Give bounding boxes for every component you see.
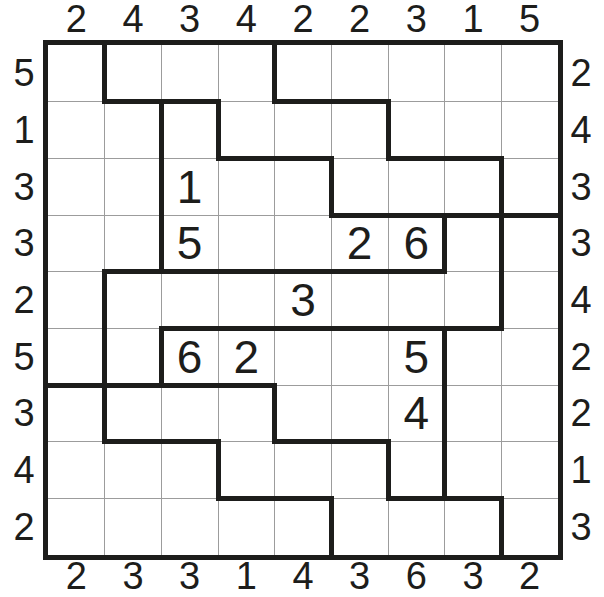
cell-r3c7[interactable] bbox=[388, 158, 445, 215]
given-digit: 3 bbox=[290, 277, 316, 323]
clue-left-1: 5 bbox=[3, 52, 45, 94]
cell-r1c8[interactable] bbox=[445, 45, 502, 102]
cell-r5c8[interactable] bbox=[445, 272, 502, 329]
region-wall-h-r5c5 bbox=[272, 326, 334, 331]
region-wall-v-r8c6 bbox=[386, 439, 391, 501]
clue-bottom-8: 3 bbox=[452, 555, 494, 597]
clue-left-3: 3 bbox=[3, 166, 45, 208]
cell-r2c6[interactable] bbox=[331, 102, 388, 159]
cell-r3c3[interactable]: 1 bbox=[161, 158, 218, 215]
region-wall-h-r2c8 bbox=[442, 156, 504, 161]
clue-right-9: 3 bbox=[560, 506, 602, 548]
cell-r7c4[interactable] bbox=[218, 385, 275, 442]
cell-r8c2[interactable] bbox=[105, 442, 162, 499]
cell-r1c3[interactable] bbox=[161, 45, 218, 102]
cell-r5c3[interactable] bbox=[161, 272, 218, 329]
cell-r7c1[interactable] bbox=[48, 385, 105, 442]
given-digit: 2 bbox=[234, 334, 260, 380]
clue-bottom-1: 2 bbox=[55, 555, 97, 597]
puzzle-board: 152636254 bbox=[43, 40, 563, 560]
cell-r8c4[interactable] bbox=[218, 442, 275, 499]
cell-r9c2[interactable] bbox=[105, 498, 162, 555]
region-wall-h-r5c7 bbox=[386, 326, 448, 331]
cell-r8c5[interactable] bbox=[275, 442, 332, 499]
cell-r3c5[interactable] bbox=[275, 158, 332, 215]
region-wall-h-r8c5 bbox=[272, 496, 334, 501]
region-wall-h-r5c4 bbox=[216, 326, 278, 331]
region-wall-h-r8c4 bbox=[216, 496, 278, 501]
clue-top-8: 1 bbox=[452, 0, 494, 40]
given-digit: 1 bbox=[177, 164, 203, 210]
region-wall-h-r6c1 bbox=[46, 383, 108, 388]
cell-r3c2[interactable] bbox=[105, 158, 162, 215]
cell-r8c3[interactable] bbox=[161, 442, 218, 499]
cell-r2c5[interactable] bbox=[275, 102, 332, 159]
cell-r3c4[interactable] bbox=[218, 158, 275, 215]
cell-r7c6[interactable] bbox=[331, 385, 388, 442]
region-wall-v-r7c7 bbox=[442, 383, 447, 445]
region-wall-v-r5c8 bbox=[499, 269, 504, 331]
given-digit: 6 bbox=[404, 220, 430, 266]
cell-r1c9[interactable] bbox=[501, 45, 558, 102]
cell-r7c2[interactable] bbox=[105, 385, 162, 442]
region-wall-h-r2c5 bbox=[272, 156, 334, 161]
region-wall-v-r9c5 bbox=[329, 496, 334, 558]
clue-left-4: 3 bbox=[3, 222, 45, 264]
cell-r8c9[interactable] bbox=[501, 442, 558, 499]
region-wall-h-r3c8 bbox=[442, 213, 504, 218]
cell-r6c8[interactable] bbox=[445, 328, 502, 385]
cell-r6c9[interactable] bbox=[501, 328, 558, 385]
cell-r1c2[interactable] bbox=[105, 45, 162, 102]
region-wall-v-r2c3 bbox=[216, 99, 221, 161]
cell-r2c8[interactable] bbox=[445, 102, 502, 159]
region-wall-h-r7c5 bbox=[272, 439, 334, 444]
region-wall-h-r2c4 bbox=[216, 156, 278, 161]
region-wall-h-r1c2 bbox=[102, 99, 164, 104]
region-wall-v-r5c1 bbox=[102, 269, 107, 331]
cell-r9c6[interactable] bbox=[331, 498, 388, 555]
cell-r4c5[interactable] bbox=[275, 215, 332, 272]
clue-bottom-3: 3 bbox=[169, 555, 211, 597]
cell-r6c3[interactable]: 6 bbox=[161, 328, 218, 385]
cell-r5c6[interactable] bbox=[331, 272, 388, 329]
cell-r4c2[interactable] bbox=[105, 215, 162, 272]
given-digit: 5 bbox=[177, 220, 203, 266]
given-digit: 5 bbox=[404, 334, 430, 380]
cell-r6c1[interactable] bbox=[48, 328, 105, 385]
cell-r4c3[interactable]: 5 bbox=[161, 215, 218, 272]
clue-top-6: 2 bbox=[339, 0, 381, 40]
cell-r5c7[interactable] bbox=[388, 272, 445, 329]
region-wall-h-r2c7 bbox=[386, 156, 448, 161]
cell-r7c5[interactable] bbox=[275, 385, 332, 442]
region-wall-h-r4c7 bbox=[386, 269, 448, 274]
cell-r4c4[interactable] bbox=[218, 215, 275, 272]
cell-r1c4[interactable] bbox=[218, 45, 275, 102]
cell-r4c7[interactable]: 6 bbox=[388, 215, 445, 272]
clue-right-1: 2 bbox=[560, 52, 602, 94]
region-wall-h-r5c8 bbox=[442, 326, 504, 331]
clue-top-4: 4 bbox=[225, 0, 267, 40]
region-wall-h-r3c7 bbox=[386, 213, 448, 218]
region-wall-v-r6c7 bbox=[442, 326, 447, 388]
cell-r9c5[interactable] bbox=[275, 498, 332, 555]
region-wall-h-r6c3 bbox=[159, 383, 221, 388]
region-wall-v-r1c4 bbox=[272, 43, 277, 105]
region-wall-h-r5c3 bbox=[159, 326, 221, 331]
cell-r9c7[interactable] bbox=[388, 498, 445, 555]
cell-r5c9[interactable] bbox=[501, 272, 558, 329]
clue-left-2: 1 bbox=[3, 109, 45, 151]
region-wall-h-r4c6 bbox=[329, 269, 391, 274]
region-wall-v-r7c1 bbox=[102, 383, 107, 445]
cell-r8c7[interactable] bbox=[388, 442, 445, 499]
cell-r9c1[interactable] bbox=[48, 498, 105, 555]
cell-r7c3[interactable] bbox=[161, 385, 218, 442]
given-digit: 2 bbox=[347, 220, 373, 266]
cell-r2c9[interactable] bbox=[501, 102, 558, 159]
cell-r3c6[interactable] bbox=[331, 158, 388, 215]
cell-r2c1[interactable] bbox=[48, 102, 105, 159]
region-wall-v-r4c8 bbox=[499, 213, 504, 275]
cell-r5c2[interactable] bbox=[105, 272, 162, 329]
region-wall-h-r8c8 bbox=[442, 496, 504, 501]
cell-r3c1[interactable] bbox=[48, 158, 105, 215]
cell-r4c8[interactable] bbox=[445, 215, 502, 272]
clue-bottom-5: 4 bbox=[282, 555, 324, 597]
region-wall-v-r8c7 bbox=[442, 439, 447, 501]
clue-bottom-9: 2 bbox=[509, 555, 551, 597]
cell-r2c3[interactable] bbox=[161, 102, 218, 159]
clue-right-7: 2 bbox=[560, 392, 602, 434]
region-wall-h-r4c3 bbox=[159, 269, 221, 274]
region-wall-h-r6c4 bbox=[216, 383, 278, 388]
cell-r9c3[interactable] bbox=[161, 498, 218, 555]
region-wall-h-r8c7 bbox=[386, 496, 448, 501]
cell-r4c6[interactable]: 2 bbox=[331, 215, 388, 272]
region-wall-v-r3c2 bbox=[159, 156, 164, 218]
clue-right-5: 4 bbox=[560, 279, 602, 321]
cell-r2c7[interactable] bbox=[388, 102, 445, 159]
cell-r3c9[interactable] bbox=[501, 158, 558, 215]
region-wall-h-r4c5 bbox=[272, 269, 334, 274]
clue-bottom-2: 3 bbox=[112, 555, 154, 597]
region-wall-h-r3c6 bbox=[329, 213, 391, 218]
region-wall-v-r2c2 bbox=[159, 99, 164, 161]
region-wall-h-r7c3 bbox=[159, 439, 221, 444]
clue-left-5: 2 bbox=[3, 279, 45, 321]
region-wall-h-r1c3 bbox=[159, 99, 221, 104]
cell-r6c6[interactable] bbox=[331, 328, 388, 385]
region-wall-v-r8c3 bbox=[216, 439, 221, 501]
region-wall-h-r1c6 bbox=[329, 99, 391, 104]
cell-r2c2[interactable] bbox=[105, 102, 162, 159]
clue-top-5: 2 bbox=[282, 0, 324, 40]
cell-r9c8[interactable] bbox=[445, 498, 502, 555]
region-wall-h-r7c6 bbox=[329, 439, 391, 444]
cell-r7c8[interactable] bbox=[445, 385, 502, 442]
cell-r1c5[interactable] bbox=[275, 45, 332, 102]
clue-top-7: 3 bbox=[395, 0, 437, 40]
clue-top-9: 5 bbox=[509, 0, 551, 40]
region-wall-v-r7c4 bbox=[272, 383, 277, 445]
region-wall-v-r9c8 bbox=[499, 496, 504, 558]
cell-r9c9[interactable] bbox=[501, 498, 558, 555]
cell-r1c6[interactable] bbox=[331, 45, 388, 102]
region-wall-v-r6c1 bbox=[102, 326, 107, 388]
clue-right-6: 2 bbox=[560, 336, 602, 378]
region-wall-h-r6c2 bbox=[102, 383, 164, 388]
clue-top-2: 4 bbox=[112, 0, 154, 40]
clue-left-8: 4 bbox=[3, 449, 45, 491]
region-wall-v-r3c5 bbox=[329, 156, 334, 218]
region-wall-v-r2c6 bbox=[386, 99, 391, 161]
cell-r6c5[interactable] bbox=[275, 328, 332, 385]
cell-r6c2[interactable] bbox=[105, 328, 162, 385]
region-wall-v-r6c2 bbox=[159, 326, 164, 388]
region-wall-v-r1c1 bbox=[102, 43, 107, 105]
clue-bottom-4: 1 bbox=[225, 555, 267, 597]
region-wall-v-r3c8 bbox=[499, 156, 504, 218]
clue-right-3: 3 bbox=[560, 166, 602, 208]
cell-r6c4[interactable]: 2 bbox=[218, 328, 275, 385]
cell-r1c1[interactable] bbox=[48, 45, 105, 102]
clue-top-1: 2 bbox=[55, 0, 97, 40]
region-wall-v-r4c7 bbox=[442, 213, 447, 275]
cell-r2c4[interactable] bbox=[218, 102, 275, 159]
cell-r1c7[interactable] bbox=[388, 45, 445, 102]
region-wall-h-r5c6 bbox=[329, 326, 391, 331]
clue-left-6: 5 bbox=[3, 336, 45, 378]
clue-right-2: 4 bbox=[560, 109, 602, 151]
cell-r8c8[interactable] bbox=[445, 442, 502, 499]
given-digit: 4 bbox=[404, 390, 430, 436]
region-wall-h-r1c5 bbox=[272, 99, 334, 104]
clue-bottom-7: 6 bbox=[395, 555, 437, 597]
clue-top-3: 3 bbox=[169, 0, 211, 40]
clue-bottom-6: 3 bbox=[339, 555, 381, 597]
given-digit: 6 bbox=[177, 334, 203, 380]
cell-r8c1[interactable] bbox=[48, 442, 105, 499]
cell-r5c5[interactable]: 3 bbox=[275, 272, 332, 329]
cell-r5c4[interactable] bbox=[218, 272, 275, 329]
cell-r9c4[interactable] bbox=[218, 498, 275, 555]
cell-r3c8[interactable] bbox=[445, 158, 502, 215]
cell-r7c9[interactable] bbox=[501, 385, 558, 442]
cell-r5c1[interactable] bbox=[48, 272, 105, 329]
cell-r8c6[interactable] bbox=[331, 442, 388, 499]
clue-left-9: 2 bbox=[3, 506, 45, 548]
region-wall-v-r4c2 bbox=[159, 213, 164, 275]
cell-r7c7[interactable]: 4 bbox=[388, 385, 445, 442]
cell-r4c9[interactable] bbox=[501, 215, 558, 272]
clue-left-7: 3 bbox=[3, 392, 45, 434]
region-wall-h-r7c2 bbox=[102, 439, 164, 444]
region-wall-h-r3c9 bbox=[499, 213, 561, 218]
region-wall-h-r4c2 bbox=[102, 269, 164, 274]
puzzle-screen: 243422315 513325342 243342213 233143632 … bbox=[0, 0, 604, 597]
cell-r4c1[interactable] bbox=[48, 215, 105, 272]
clue-right-4: 3 bbox=[560, 222, 602, 264]
region-wall-h-r4c4 bbox=[216, 269, 278, 274]
cell-r6c7[interactable]: 5 bbox=[388, 328, 445, 385]
clue-right-8: 1 bbox=[560, 449, 602, 491]
